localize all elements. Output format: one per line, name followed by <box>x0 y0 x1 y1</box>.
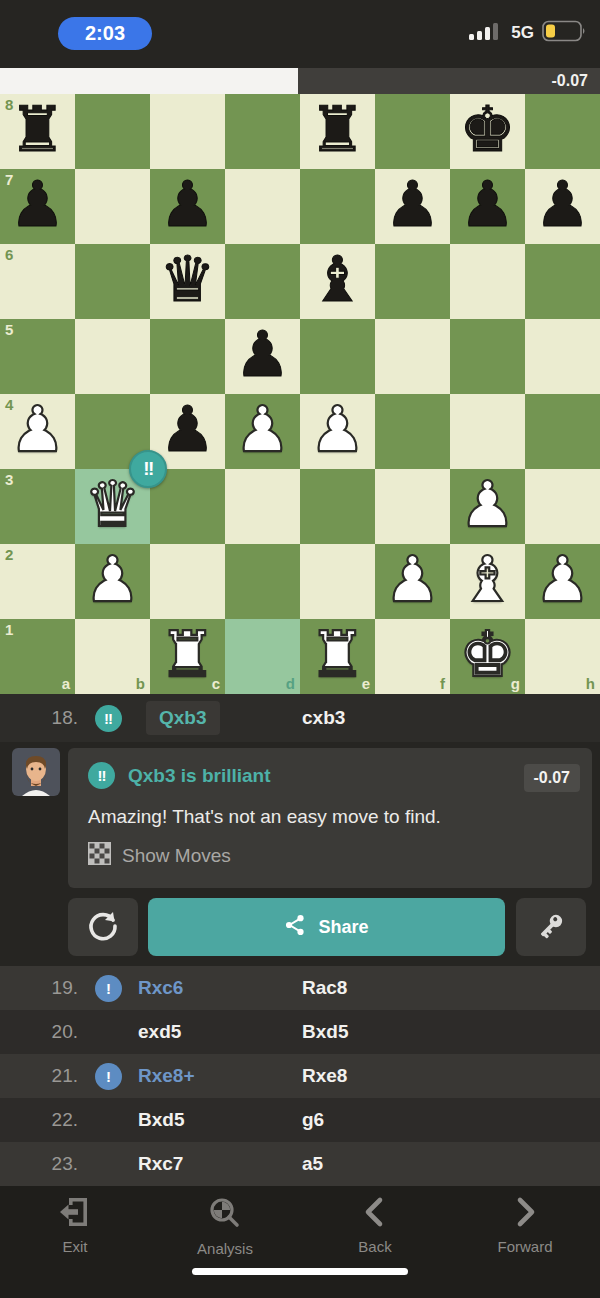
square-d8[interactable] <box>225 94 300 169</box>
square-g8[interactable]: ♚ <box>450 94 525 169</box>
nav-label: Back <box>358 1238 391 1255</box>
piece-white-pawn[interactable]: ♟ <box>450 469 525 544</box>
square-c8[interactable] <box>150 94 225 169</box>
share-button[interactable]: Share <box>148 898 505 956</box>
exit-icon <box>58 1196 92 1231</box>
share-label: Share <box>318 917 368 938</box>
piece-black-pawn[interactable]: ♟ <box>375 169 450 244</box>
evaluation-bar-white-portion <box>0 68 298 94</box>
piece-black-king[interactable]: ♚ <box>450 94 525 169</box>
square-e1[interactable]: e♜ <box>300 619 375 694</box>
action-buttons-row: Share <box>0 890 600 966</box>
square-d2[interactable] <box>225 544 300 619</box>
square-a3[interactable]: 3 <box>0 469 75 544</box>
move-white[interactable]: Rxc7 <box>138 1153 302 1175</box>
square-e5[interactable] <box>300 319 375 394</box>
square-a7[interactable]: 7♟ <box>0 169 75 244</box>
square-d4[interactable]: ♟ <box>225 394 300 469</box>
rank-label-2: 2 <box>5 546 13 563</box>
coach-comment-card: !! Qxb3 is brilliant -0.07 Amazing! That… <box>68 748 592 888</box>
square-a6[interactable]: 6 <box>0 244 75 319</box>
move-black[interactable]: g6 <box>302 1109 600 1131</box>
square-g6[interactable] <box>450 244 525 319</box>
piece-white-pawn[interactable]: ♟ <box>525 544 600 619</box>
eval-badge: -0.07 <box>524 764 580 792</box>
square-d5[interactable]: ♟ <box>225 319 300 394</box>
piece-white-king[interactable]: ♚ <box>450 619 525 694</box>
piece-black-pawn[interactable]: ♟ <box>0 169 75 244</box>
square-c7[interactable]: ♟ <box>150 169 225 244</box>
piece-black-pawn[interactable]: ♟ <box>225 319 300 394</box>
brilliant-move-icon: !! <box>88 762 115 789</box>
piece-black-pawn[interactable]: ♟ <box>525 169 600 244</box>
square-g2[interactable]: ♝ <box>450 544 525 619</box>
rank-label-6: 6 <box>5 246 13 263</box>
network-type-label: 5G <box>511 23 534 43</box>
move-number: 21. <box>0 1065 78 1087</box>
nav-exit-button[interactable]: Exit <box>0 1196 150 1257</box>
square-f2[interactable]: ♟ <box>375 544 450 619</box>
square-e2[interactable] <box>300 544 375 619</box>
move-white[interactable]: exd5 <box>138 1021 302 1043</box>
square-a4[interactable]: 4♟ <box>0 394 75 469</box>
piece-black-rook[interactable]: ♜ <box>0 94 75 169</box>
brilliant-move-icon: !! <box>129 450 167 488</box>
nav-label: Forward <box>497 1238 552 1255</box>
nav-back-button[interactable]: Back <box>300 1196 450 1257</box>
square-h7[interactable]: ♟ <box>525 169 600 244</box>
piece-black-pawn[interactable]: ♟ <box>150 169 225 244</box>
bottom-nav: ExitAnalysisBackForward <box>0 1186 600 1298</box>
great-move-icon: ! <box>95 975 122 1002</box>
square-c5[interactable] <box>150 319 225 394</box>
piece-black-queen[interactable]: ♛ <box>150 244 225 319</box>
square-g4[interactable] <box>450 394 525 469</box>
retry-button[interactable] <box>68 898 138 956</box>
file-label-f: f <box>440 675 445 692</box>
square-e6[interactable]: ♝ <box>300 244 375 319</box>
piece-black-rook[interactable]: ♜ <box>300 94 375 169</box>
square-f1[interactable]: f <box>375 619 450 694</box>
file-label-b: b <box>136 675 145 692</box>
move-black[interactable]: a5 <box>302 1153 600 1175</box>
square-h3[interactable] <box>525 469 600 544</box>
file-label-d: d <box>286 675 295 692</box>
move-white[interactable]: Rxc6 <box>138 977 302 999</box>
evaluation-score: -0.07 <box>552 68 588 94</box>
square-e4[interactable]: ♟ <box>300 394 375 469</box>
back-icon <box>362 1196 388 1231</box>
square-f8[interactable] <box>375 94 450 169</box>
move-black[interactable]: Rxe8 <box>302 1065 600 1087</box>
comment-body: Amazing! That's not an easy move to find… <box>88 806 441 828</box>
move-list-row-21[interactable]: 21.!Rxe8+Rxe8 <box>0 1054 600 1098</box>
great-move-icon: ! <box>95 1063 122 1090</box>
square-f4[interactable] <box>375 394 450 469</box>
forward-icon <box>512 1196 538 1231</box>
square-g5[interactable] <box>450 319 525 394</box>
move-black[interactable]: Rac8 <box>302 977 600 999</box>
square-e3[interactable] <box>300 469 375 544</box>
square-f3[interactable] <box>375 469 450 544</box>
move-black[interactable]: cxb3 <box>302 707 600 729</box>
move-list-row-20[interactable]: 20.exd5Bxd5 <box>0 1010 600 1054</box>
move-number: 23. <box>0 1153 78 1175</box>
square-c6[interactable]: ♛ <box>150 244 225 319</box>
move-list: 19.!Rxc6Rac820.exd5Bxd521.!Rxe8+Rxe822.B… <box>0 966 600 1186</box>
evaluation-bar: -0.07 <box>0 68 600 94</box>
signal-icon <box>469 23 503 44</box>
square-h8[interactable] <box>525 94 600 169</box>
square-f5[interactable] <box>375 319 450 394</box>
square-f6[interactable] <box>375 244 450 319</box>
square-h6[interactable] <box>525 244 600 319</box>
piece-white-rook[interactable]: ♜ <box>300 619 375 694</box>
square-a2[interactable]: 2 <box>0 544 75 619</box>
nav-label: Exit <box>62 1238 87 1255</box>
rank-label-5: 5 <box>5 321 13 338</box>
piece-white-bishop[interactable]: ♝ <box>450 544 525 619</box>
square-h1[interactable]: h <box>525 619 600 694</box>
current-move-row[interactable]: 18. !! Qxb3 cxb3 <box>0 694 600 742</box>
square-a1[interactable]: 1a <box>0 619 75 694</box>
square-d6[interactable] <box>225 244 300 319</box>
comment-title: Qxb3 is brilliant <box>128 765 271 787</box>
square-g1[interactable]: g♚ <box>450 619 525 694</box>
square-b1[interactable]: b <box>75 619 150 694</box>
square-b5[interactable] <box>75 319 150 394</box>
coach-avatar <box>12 748 60 796</box>
square-b8[interactable] <box>75 94 150 169</box>
nav-label: Analysis <box>197 1240 253 1257</box>
analysis-icon <box>208 1196 242 1233</box>
nav-forward-button[interactable]: Forward <box>450 1196 600 1257</box>
move-number: 22. <box>0 1109 78 1131</box>
file-label-h: h <box>586 675 595 692</box>
piece-white-pawn[interactable]: ♟ <box>375 544 450 619</box>
square-g7[interactable]: ♟ <box>450 169 525 244</box>
move-white[interactable]: Rxe8+ <box>138 1065 302 1087</box>
show-moves-label: Show Moves <box>122 845 231 867</box>
battery-icon <box>542 20 586 46</box>
move-number: 20. <box>0 1021 78 1043</box>
nav-analysis-button[interactable]: Analysis <box>150 1196 300 1257</box>
square-b2[interactable]: ♟ <box>75 544 150 619</box>
square-c1[interactable]: c♜ <box>150 619 225 694</box>
square-d1[interactable]: d <box>225 619 300 694</box>
move-number: 18. <box>0 707 78 729</box>
move-black[interactable]: Bxd5 <box>302 1021 600 1043</box>
status-bar: 2:03 5G <box>0 0 600 68</box>
file-label-a: a <box>62 675 70 692</box>
square-h4[interactable] <box>525 394 600 469</box>
square-d7[interactable] <box>225 169 300 244</box>
square-h2[interactable]: ♟ <box>525 544 600 619</box>
brilliant-move-icon: !! <box>95 705 122 732</box>
piece-white-pawn[interactable]: ♟ <box>300 394 375 469</box>
move-list-row-19[interactable]: 19.!Rxc6Rac8 <box>0 966 600 1010</box>
square-f7[interactable]: ♟ <box>375 169 450 244</box>
selected-move-white[interactable]: Qxb3 <box>146 701 220 735</box>
share-icon <box>284 914 306 941</box>
retry-icon <box>86 909 120 946</box>
square-b7[interactable] <box>75 169 150 244</box>
square-c2[interactable] <box>150 544 225 619</box>
square-e7[interactable] <box>300 169 375 244</box>
piece-black-pawn[interactable]: ♟ <box>450 169 525 244</box>
status-time: 2:03 <box>58 17 152 50</box>
square-a5[interactable]: 5 <box>0 319 75 394</box>
piece-white-pawn[interactable]: ♟ <box>0 394 75 469</box>
move-list-row-23[interactable]: 23.Rxc7a5 <box>0 1142 600 1186</box>
key-moment-button[interactable] <box>516 898 586 956</box>
square-a8[interactable]: 8♜ <box>0 94 75 169</box>
piece-white-pawn[interactable]: ♟ <box>75 544 150 619</box>
home-indicator[interactable] <box>192 1268 408 1275</box>
square-e8[interactable]: ♜ <box>300 94 375 169</box>
square-h5[interactable] <box>525 319 600 394</box>
rank-label-3: 3 <box>5 471 13 488</box>
key-icon <box>534 909 568 946</box>
move-list-row-22[interactable]: 22.Bxd5g6 <box>0 1098 600 1142</box>
show-moves-button[interactable]: Show Moves <box>88 842 231 870</box>
square-g3[interactable]: ♟ <box>450 469 525 544</box>
piece-white-rook[interactable]: ♜ <box>150 619 225 694</box>
move-number: 19. <box>0 977 78 999</box>
move-white[interactable]: Bxd5 <box>138 1109 302 1131</box>
comment-section: !! Qxb3 is brilliant -0.07 Amazing! That… <box>0 742 600 890</box>
chessboard-icon <box>88 842 111 870</box>
rank-label-1: 1 <box>5 621 13 638</box>
square-d3[interactable] <box>225 469 300 544</box>
chess-board[interactable]: 8♜♜♚7♟♟♟♟♟6♛♝5♟4♟♟♟♟3♛♟2♟♟♝♟1abc♜de♜fg♚h… <box>0 94 600 694</box>
square-b6[interactable] <box>75 244 150 319</box>
piece-black-bishop[interactable]: ♝ <box>300 244 375 319</box>
piece-white-pawn[interactable]: ♟ <box>225 394 300 469</box>
